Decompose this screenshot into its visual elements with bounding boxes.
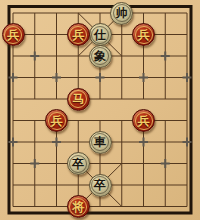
piece-red-soldier-f0r1[interactable]: 兵 [2, 23, 25, 46]
piece-label: 仕 [94, 29, 106, 41]
piece-label: 兵 [138, 115, 150, 127]
piece-red-soldier-f6r5[interactable]: 兵 [132, 109, 155, 132]
piece-ivory-soldier-f4r8[interactable]: 卒 [89, 174, 112, 197]
piece-ivory-elephant-f4r2[interactable]: 象 [89, 45, 112, 68]
piece-ivory-chariot-f4r6[interactable]: 車 [89, 131, 112, 154]
piece-ivory-advisor-f4r1[interactable]: 仕 [89, 23, 112, 46]
piece-label: 象 [94, 50, 106, 62]
piece-red-soldier-f3r1[interactable]: 兵 [67, 23, 90, 46]
piece-label: 卒 [72, 158, 84, 170]
xiangqi-board: 帅仕象車卒卒兵兵兵马兵兵将 [0, 0, 200, 220]
piece-label: 帅 [116, 7, 128, 19]
piece-label: 車 [94, 136, 106, 148]
piece-label: 兵 [72, 29, 84, 41]
piece-layer: 帅仕象車卒卒兵兵兵马兵兵将 [2, 2, 198, 217]
piece-red-soldier-f6r1[interactable]: 兵 [132, 23, 155, 46]
piece-red-horse-f3r4[interactable]: 马 [67, 88, 90, 111]
piece-red-general-f3r9[interactable]: 将 [67, 195, 90, 218]
piece-label: 卒 [94, 179, 106, 191]
piece-label: 兵 [138, 29, 150, 41]
piece-label: 兵 [7, 29, 19, 41]
piece-red-soldier-f2r5[interactable]: 兵 [45, 109, 68, 132]
piece-ivory-soldier-f3r7[interactable]: 卒 [67, 152, 90, 175]
piece-label: 将 [72, 201, 84, 213]
piece-label: 马 [72, 93, 84, 105]
piece-label: 兵 [51, 115, 63, 127]
piece-ivory-general-f5r0[interactable]: 帅 [110, 2, 133, 25]
